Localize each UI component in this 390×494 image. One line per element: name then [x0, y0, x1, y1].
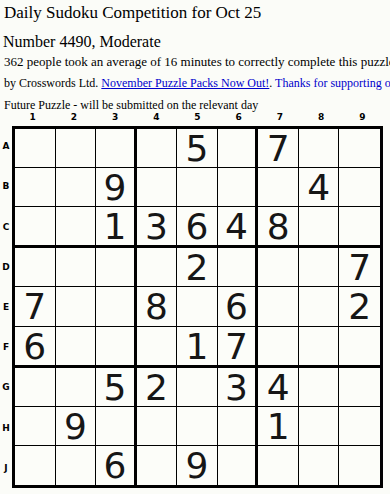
byline-text: by Crosswords Ltd.: [4, 76, 98, 90]
row-label: J: [0, 448, 12, 488]
sudoku-board: 57941364827786261752349169: [12, 126, 383, 488]
cell-J2[interactable]: [56, 446, 97, 485]
cell-E4[interactable]: 8: [137, 287, 178, 326]
cell-H4[interactable]: [137, 407, 178, 446]
cell-D4[interactable]: [137, 248, 178, 287]
cell-F8[interactable]: [299, 327, 340, 368]
cell-H9[interactable]: [339, 407, 380, 446]
cell-E3[interactable]: [96, 287, 137, 326]
cell-B6[interactable]: [218, 168, 259, 207]
cell-D5[interactable]: 2: [177, 248, 218, 287]
cell-D8[interactable]: [299, 248, 340, 287]
cell-F7[interactable]: [258, 327, 299, 368]
cell-G1[interactable]: [15, 368, 56, 407]
cell-F9[interactable]: [339, 327, 380, 368]
cell-J9[interactable]: [339, 446, 380, 485]
cell-B5[interactable]: [177, 168, 218, 207]
cell-F4[interactable]: [137, 327, 178, 368]
cell-C3[interactable]: 1: [96, 207, 137, 248]
cell-B7[interactable]: [258, 168, 299, 207]
cell-C7[interactable]: 8: [258, 207, 299, 248]
cell-E2[interactable]: [56, 287, 97, 326]
cell-A7[interactable]: 7: [258, 129, 299, 168]
puzzle-number-difficulty: Number 4490, Moderate: [3, 33, 161, 51]
cell-E7[interactable]: [258, 287, 299, 326]
row-label: A: [0, 126, 12, 166]
cell-C4[interactable]: 3: [137, 207, 178, 248]
cell-G5[interactable]: [177, 368, 218, 407]
cell-F5[interactable]: 1: [177, 327, 218, 368]
cell-A2[interactable]: [56, 129, 97, 168]
column-label: 3: [94, 112, 135, 122]
column-label: 2: [53, 112, 94, 122]
row-labels: ABCDEFGHJ: [0, 126, 12, 488]
cell-G6[interactable]: 3: [218, 368, 259, 407]
cell-B4[interactable]: [137, 168, 178, 207]
cell-C6[interactable]: 4: [218, 207, 259, 248]
column-label: 9: [342, 112, 383, 122]
cell-A1[interactable]: [15, 129, 56, 168]
cell-C8[interactable]: [299, 207, 340, 248]
column-label: 8: [301, 112, 342, 122]
cell-C9[interactable]: [339, 207, 380, 248]
column-label: 7: [259, 112, 300, 122]
cell-B1[interactable]: [15, 168, 56, 207]
cell-F3[interactable]: [96, 327, 137, 368]
cell-B8[interactable]: 4: [299, 168, 340, 207]
row-label: B: [0, 166, 12, 206]
cell-H3[interactable]: [96, 407, 137, 446]
cell-D3[interactable]: [96, 248, 137, 287]
cell-F6[interactable]: 7: [218, 327, 259, 368]
cell-H8[interactable]: [299, 407, 340, 446]
byline: by Crosswords Ltd. November Puzzle Packs…: [4, 76, 390, 91]
cell-J8[interactable]: [299, 446, 340, 485]
cell-H6[interactable]: [218, 407, 259, 446]
row-label: G: [0, 367, 12, 407]
cell-F2[interactable]: [56, 327, 97, 368]
cell-B9[interactable]: [339, 168, 380, 207]
cell-J6[interactable]: [218, 446, 259, 485]
cell-D7[interactable]: [258, 248, 299, 287]
page-title: Daily Sudoku Competition for Oct 25: [4, 3, 261, 23]
cell-J4[interactable]: [137, 446, 178, 485]
cell-A6[interactable]: [218, 129, 259, 168]
cell-E9[interactable]: 2: [339, 287, 380, 326]
cell-C1[interactable]: [15, 207, 56, 248]
cell-C5[interactable]: 6: [177, 207, 218, 248]
puzzle-packs-link[interactable]: November Puzzle Packs Now Out!: [101, 76, 269, 90]
cell-A8[interactable]: [299, 129, 340, 168]
cell-C2[interactable]: [56, 207, 97, 248]
column-labels: 123456789: [12, 112, 383, 122]
sudoku-page: Daily Sudoku Competition for Oct 25 Numb…: [0, 0, 390, 494]
cell-B2[interactable]: [56, 168, 97, 207]
row-label: E: [0, 287, 12, 327]
cell-G9[interactable]: [339, 368, 380, 407]
cell-E8[interactable]: [299, 287, 340, 326]
cell-E5[interactable]: [177, 287, 218, 326]
cell-F1[interactable]: 6: [15, 327, 56, 368]
row-label: D: [0, 247, 12, 287]
cell-J3[interactable]: 6: [96, 446, 137, 485]
row-label: F: [0, 327, 12, 367]
row-label: H: [0, 408, 12, 448]
cell-G7[interactable]: 4: [258, 368, 299, 407]
cell-B3[interactable]: 9: [96, 168, 137, 207]
cell-D1[interactable]: [15, 248, 56, 287]
column-label: 5: [177, 112, 218, 122]
cell-D2[interactable]: [56, 248, 97, 287]
cell-A3[interactable]: [96, 129, 137, 168]
cell-J7[interactable]: [258, 446, 299, 485]
cell-H2[interactable]: 9: [56, 407, 97, 446]
column-label: 4: [136, 112, 177, 122]
cell-H5[interactable]: [177, 407, 218, 446]
cell-J1[interactable]: [15, 446, 56, 485]
cell-A9[interactable]: [339, 129, 380, 168]
cell-G8[interactable]: [299, 368, 340, 407]
cell-D9[interactable]: 7: [339, 248, 380, 287]
cell-G4[interactable]: 2: [137, 368, 178, 407]
cell-D6[interactable]: [218, 248, 259, 287]
column-label: 6: [218, 112, 259, 122]
future-puzzle-note: Future Puzzle - will be submitted on the…: [4, 98, 258, 113]
completion-stats: 362 people took an average of 16 minutes…: [4, 54, 390, 70]
row-label: C: [0, 206, 12, 246]
cell-H7[interactable]: 1: [258, 407, 299, 446]
support-text: Thanks for supporting our site.: [275, 76, 390, 90]
cell-A4[interactable]: [137, 129, 178, 168]
cell-J5[interactable]: 9: [177, 446, 218, 485]
cell-E1[interactable]: 7: [15, 287, 56, 326]
cell-H1[interactable]: [15, 407, 56, 446]
column-label: 1: [12, 112, 53, 122]
cell-G2[interactable]: [56, 368, 97, 407]
cell-G3[interactable]: 5: [96, 368, 137, 407]
cell-E6[interactable]: 6: [218, 287, 259, 326]
cell-A5[interactable]: 5: [177, 129, 218, 168]
